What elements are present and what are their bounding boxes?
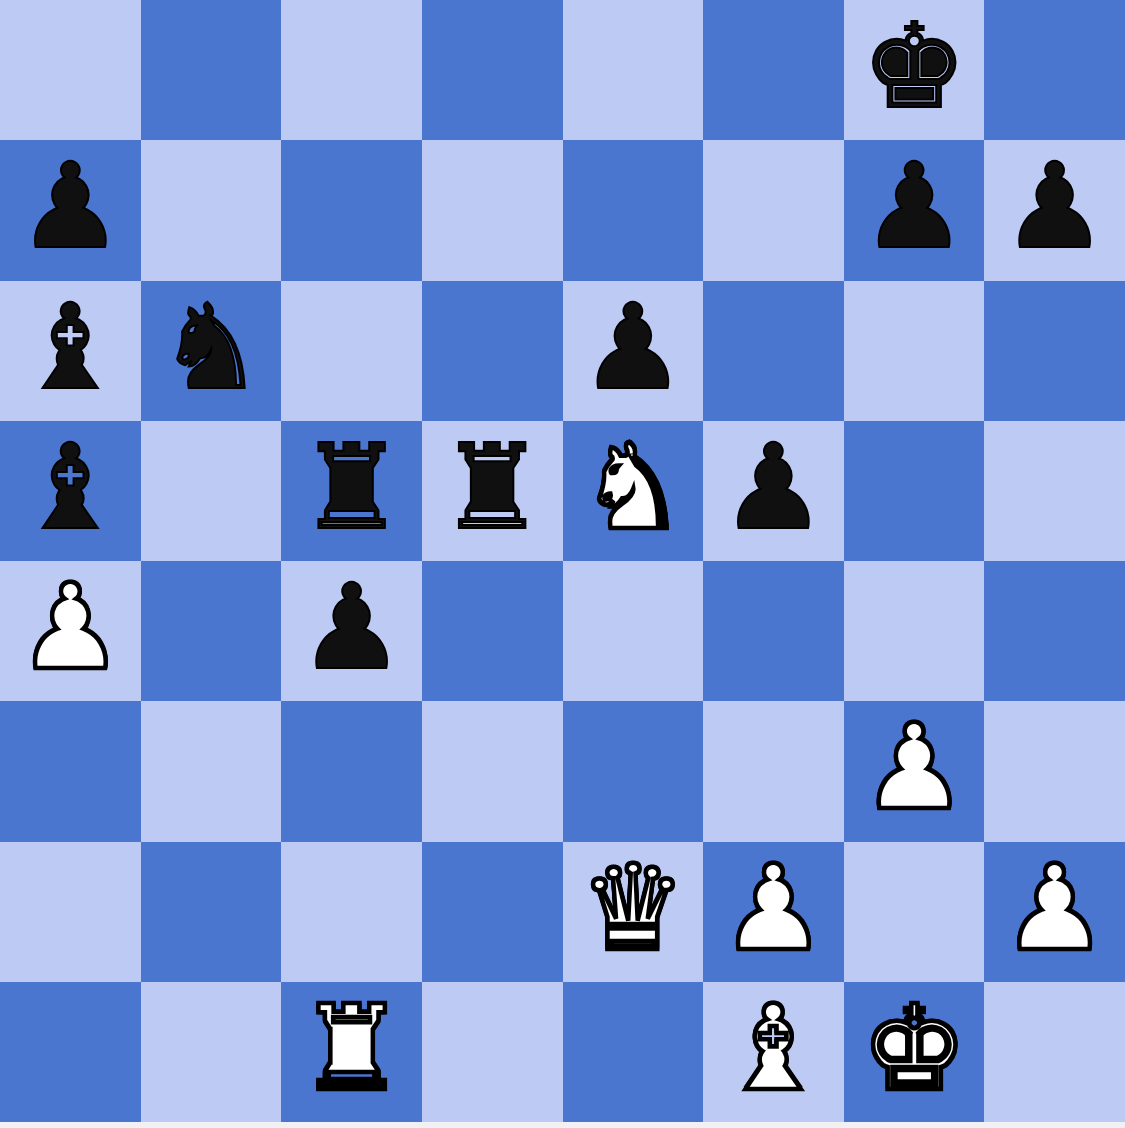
- black-king-g8[interactable]: ♚: [861, 7, 967, 125]
- square-d2[interactable]: [422, 842, 563, 982]
- black-rook-c5[interactable]: ♜: [299, 428, 405, 546]
- square-h1[interactable]: [984, 982, 1125, 1122]
- white-rook-c1[interactable]: ♜: [299, 989, 405, 1107]
- square-c7[interactable]: [281, 140, 422, 280]
- square-h7[interactable]: ♟: [984, 140, 1125, 280]
- square-e7[interactable]: [563, 140, 704, 280]
- square-g8[interactable]: ♚: [844, 0, 985, 140]
- square-e1[interactable]: [563, 982, 704, 1122]
- chess-app-page: ♚♟♟♟♝♞♟♝♜♜♞♟♟♟♟♛♟♟♜♝♚: [0, 0, 1125, 1128]
- square-f7[interactable]: [703, 140, 844, 280]
- black-pawn-a7[interactable]: ♟: [17, 147, 123, 265]
- page-margin-strip: [0, 1122, 1125, 1128]
- square-c3[interactable]: [281, 701, 422, 841]
- square-c6[interactable]: [281, 281, 422, 421]
- square-e2[interactable]: ♛: [563, 842, 704, 982]
- square-d8[interactable]: [422, 0, 563, 140]
- white-pawn-h2[interactable]: ♟: [1002, 849, 1108, 967]
- square-f2[interactable]: ♟: [703, 842, 844, 982]
- square-f8[interactable]: [703, 0, 844, 140]
- square-b7[interactable]: [141, 140, 282, 280]
- white-pawn-f2[interactable]: ♟: [721, 849, 827, 967]
- square-e3[interactable]: [563, 701, 704, 841]
- square-g7[interactable]: ♟: [844, 140, 985, 280]
- square-a8[interactable]: [0, 0, 141, 140]
- square-f6[interactable]: [703, 281, 844, 421]
- square-f3[interactable]: [703, 701, 844, 841]
- square-b1[interactable]: [141, 982, 282, 1122]
- square-h4[interactable]: [984, 561, 1125, 701]
- square-h8[interactable]: [984, 0, 1125, 140]
- square-h2[interactable]: ♟: [984, 842, 1125, 982]
- black-knight-b6[interactable]: ♞: [158, 288, 264, 406]
- square-h6[interactable]: [984, 281, 1125, 421]
- black-pawn-g7[interactable]: ♟: [861, 147, 967, 265]
- square-d1[interactable]: [422, 982, 563, 1122]
- square-h5[interactable]: [984, 421, 1125, 561]
- square-a1[interactable]: [0, 982, 141, 1122]
- white-knight-e5[interactable]: ♞: [580, 428, 686, 546]
- chess-board[interactable]: ♚♟♟♟♝♞♟♝♜♜♞♟♟♟♟♛♟♟♜♝♚: [0, 0, 1125, 1122]
- square-a5[interactable]: ♝: [0, 421, 141, 561]
- square-g4[interactable]: [844, 561, 985, 701]
- square-c5[interactable]: ♜: [281, 421, 422, 561]
- square-c1[interactable]: ♜: [281, 982, 422, 1122]
- square-a3[interactable]: [0, 701, 141, 841]
- square-d3[interactable]: [422, 701, 563, 841]
- black-rook-d5[interactable]: ♜: [439, 428, 545, 546]
- square-b5[interactable]: [141, 421, 282, 561]
- square-g2[interactable]: [844, 842, 985, 982]
- square-d4[interactable]: [422, 561, 563, 701]
- square-e6[interactable]: ♟: [563, 281, 704, 421]
- square-d6[interactable]: [422, 281, 563, 421]
- black-bishop-a5[interactable]: ♝: [17, 428, 123, 546]
- square-c4[interactable]: ♟: [281, 561, 422, 701]
- square-f1[interactable]: ♝: [703, 982, 844, 1122]
- square-b8[interactable]: [141, 0, 282, 140]
- black-bishop-a6[interactable]: ♝: [17, 288, 123, 406]
- square-f4[interactable]: [703, 561, 844, 701]
- black-pawn-c4[interactable]: ♟: [299, 568, 405, 686]
- square-a2[interactable]: [0, 842, 141, 982]
- square-c8[interactable]: [281, 0, 422, 140]
- black-pawn-h7[interactable]: ♟: [1002, 147, 1108, 265]
- square-e4[interactable]: [563, 561, 704, 701]
- square-f5[interactable]: ♟: [703, 421, 844, 561]
- square-d5[interactable]: ♜: [422, 421, 563, 561]
- square-e8[interactable]: [563, 0, 704, 140]
- square-g6[interactable]: [844, 281, 985, 421]
- square-a7[interactable]: ♟: [0, 140, 141, 280]
- square-b3[interactable]: [141, 701, 282, 841]
- white-bishop-f1[interactable]: ♝: [721, 989, 827, 1107]
- square-a6[interactable]: ♝: [0, 281, 141, 421]
- square-b2[interactable]: [141, 842, 282, 982]
- square-e5[interactable]: ♞: [563, 421, 704, 561]
- square-b6[interactable]: ♞: [141, 281, 282, 421]
- black-pawn-f5[interactable]: ♟: [721, 428, 827, 546]
- white-pawn-a4[interactable]: ♟: [17, 568, 123, 686]
- black-pawn-e6[interactable]: ♟: [580, 288, 686, 406]
- square-g1[interactable]: ♚: [844, 982, 985, 1122]
- white-king-g1[interactable]: ♚: [861, 989, 967, 1107]
- square-g5[interactable]: [844, 421, 985, 561]
- square-a4[interactable]: ♟: [0, 561, 141, 701]
- white-pawn-g3[interactable]: ♟: [861, 708, 967, 826]
- square-h3[interactable]: [984, 701, 1125, 841]
- white-queen-e2[interactable]: ♛: [580, 849, 686, 967]
- square-b4[interactable]: [141, 561, 282, 701]
- square-c2[interactable]: [281, 842, 422, 982]
- square-g3[interactable]: ♟: [844, 701, 985, 841]
- square-d7[interactable]: [422, 140, 563, 280]
